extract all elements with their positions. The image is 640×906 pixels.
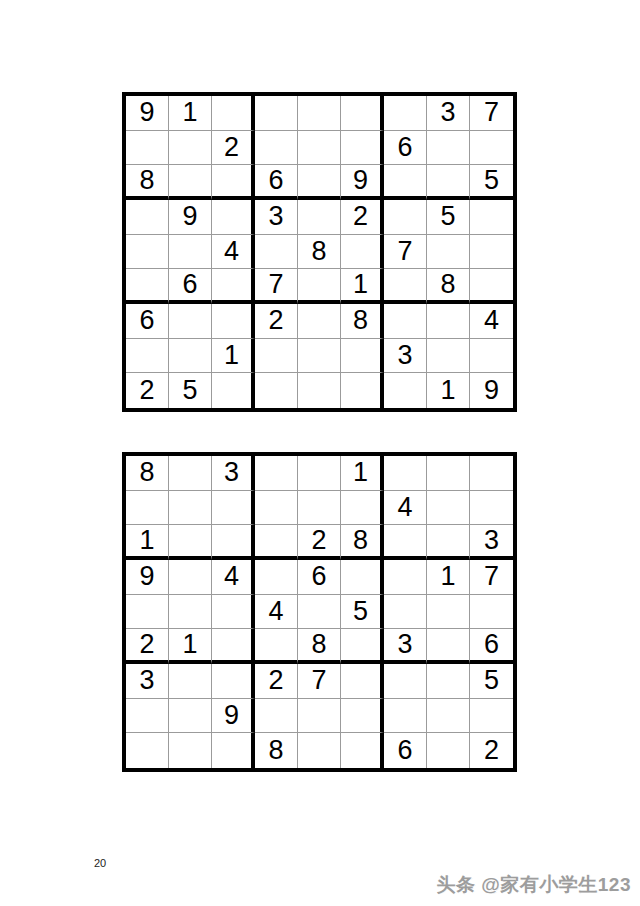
sudoku-cell-r9c2: 5 xyxy=(169,373,212,408)
sudoku-cell-r1c6: 1 xyxy=(341,456,384,491)
sudoku-cell-r8c6 xyxy=(341,699,384,734)
sudoku-cell-r7c1: 6 xyxy=(126,304,169,339)
sudoku-cell-r3c4 xyxy=(255,525,298,560)
sudoku-cell-r1c4 xyxy=(255,96,298,131)
sudoku-cell-r4c7 xyxy=(384,200,427,235)
sudoku-cell-r4c6 xyxy=(341,560,384,595)
sudoku-cell-r9c5 xyxy=(298,733,341,768)
sudoku-cell-r6c8 xyxy=(427,629,470,664)
sudoku-cell-r4c9: 7 xyxy=(470,560,513,595)
sudoku-cell-r7c2 xyxy=(169,304,212,339)
sudoku-cell-r9c9: 2 xyxy=(470,733,513,768)
sudoku-cell-r7c5: 7 xyxy=(298,664,341,699)
sudoku-cell-r2c9 xyxy=(470,491,513,526)
sudoku-cell-r6c7: 3 xyxy=(384,629,427,664)
sudoku-cell-r1c2: 1 xyxy=(169,96,212,131)
sudoku-cell-r8c3: 9 xyxy=(212,699,255,734)
sudoku-cell-r6c4 xyxy=(255,629,298,664)
sudoku-cell-r6c3 xyxy=(212,629,255,664)
sudoku-cell-r8c1 xyxy=(126,339,169,374)
sudoku-cell-r1c4 xyxy=(255,456,298,491)
sudoku-cell-r2c6 xyxy=(341,491,384,526)
sudoku-cell-r9c4: 8 xyxy=(255,733,298,768)
sudoku-cell-r4c1: 9 xyxy=(126,560,169,595)
sudoku-cell-r1c3: 3 xyxy=(212,456,255,491)
sudoku-cell-r7c5 xyxy=(298,304,341,339)
sudoku-cell-r5c1 xyxy=(126,235,169,270)
sudoku-cell-r6c5: 8 xyxy=(298,629,341,664)
sudoku-cell-r8c2 xyxy=(169,699,212,734)
sudoku-cell-r4c9 xyxy=(470,200,513,235)
sudoku-cell-r4c2 xyxy=(169,560,212,595)
sudoku-cell-r2c1 xyxy=(126,491,169,526)
sudoku-cell-r8c9 xyxy=(470,699,513,734)
sudoku-cell-r4c8: 5 xyxy=(427,200,470,235)
sudoku-cell-r8c8 xyxy=(427,699,470,734)
sudoku-cell-r7c4: 2 xyxy=(255,304,298,339)
sudoku-cell-r5c7 xyxy=(384,595,427,630)
sudoku-cell-r6c1 xyxy=(126,269,169,304)
sudoku-cell-r8c2 xyxy=(169,339,212,374)
sudoku-cell-r9c9: 9 xyxy=(470,373,513,408)
sudoku-cell-r7c8 xyxy=(427,664,470,699)
sudoku-cell-r7c2 xyxy=(169,664,212,699)
sudoku-cell-r5c3: 4 xyxy=(212,235,255,270)
sudoku-cell-r1c5 xyxy=(298,456,341,491)
sudoku-cell-r7c7 xyxy=(384,304,427,339)
sudoku-cell-r9c5 xyxy=(298,373,341,408)
sudoku-cell-r7c9: 4 xyxy=(470,304,513,339)
sudoku-cell-r3c6: 9 xyxy=(341,165,384,200)
watermark-text: 头条 @家有小学生123 xyxy=(436,872,631,898)
sudoku-cell-r5c5 xyxy=(298,595,341,630)
sudoku-cell-r8c5 xyxy=(298,339,341,374)
sudoku-cell-r8c3: 1 xyxy=(212,339,255,374)
sudoku-cell-r6c2: 1 xyxy=(169,629,212,664)
sudoku-cell-r2c4 xyxy=(255,131,298,166)
sudoku-cell-r4c6: 2 xyxy=(341,200,384,235)
sudoku-cell-r7c3 xyxy=(212,304,255,339)
sudoku-cell-r3c7 xyxy=(384,525,427,560)
sudoku-cell-r9c7 xyxy=(384,373,427,408)
sudoku-cell-r9c1 xyxy=(126,733,169,768)
sudoku-cell-r4c1 xyxy=(126,200,169,235)
sudoku-cell-r6c4: 7 xyxy=(255,269,298,304)
sudoku-cell-r2c1 xyxy=(126,131,169,166)
sudoku-cell-r8c9 xyxy=(470,339,513,374)
sudoku-grid-top: 9137268695932548767186284132519 xyxy=(122,92,517,412)
sudoku-cell-r1c8 xyxy=(427,456,470,491)
sudoku-cell-r2c4 xyxy=(255,491,298,526)
sudoku-cell-r9c3 xyxy=(212,373,255,408)
sudoku-cell-r7c8 xyxy=(427,304,470,339)
sudoku-cell-r1c7 xyxy=(384,456,427,491)
sudoku-cell-r2c5 xyxy=(298,131,341,166)
sudoku-cell-r7c6: 8 xyxy=(341,304,384,339)
sudoku-cell-r3c9: 3 xyxy=(470,525,513,560)
sudoku-cell-r3c3 xyxy=(212,165,255,200)
sudoku-cell-r3c5: 2 xyxy=(298,525,341,560)
sudoku-cell-r1c6 xyxy=(341,96,384,131)
sudoku-cell-r3c6: 8 xyxy=(341,525,384,560)
sudoku-cell-r3c1: 8 xyxy=(126,165,169,200)
sudoku-cell-r7c4: 2 xyxy=(255,664,298,699)
sudoku-cell-r4c3: 4 xyxy=(212,560,255,595)
sudoku-cell-r6c3 xyxy=(212,269,255,304)
sudoku-cell-r2c3: 2 xyxy=(212,131,255,166)
sudoku-cell-r5c2 xyxy=(169,595,212,630)
sudoku-cell-r3c4: 6 xyxy=(255,165,298,200)
sudoku-cell-r7c1: 3 xyxy=(126,664,169,699)
sudoku-cell-r3c8 xyxy=(427,165,470,200)
sudoku-cell-r9c3 xyxy=(212,733,255,768)
sudoku-cell-r7c6 xyxy=(341,664,384,699)
sudoku-cell-r3c9: 5 xyxy=(470,165,513,200)
sudoku-cell-r7c3 xyxy=(212,664,255,699)
sudoku-cell-r4c5: 6 xyxy=(298,560,341,595)
sudoku-cell-r5c8 xyxy=(427,235,470,270)
sudoku-cell-r5c9 xyxy=(470,595,513,630)
sudoku-cell-r5c2 xyxy=(169,235,212,270)
sudoku-cell-r8c7: 3 xyxy=(384,339,427,374)
sudoku-cell-r6c1: 2 xyxy=(126,629,169,664)
sudoku-cell-r4c2: 9 xyxy=(169,200,212,235)
sudoku-cell-r1c7 xyxy=(384,96,427,131)
sudoku-grid-bottom: 8314128394617452183632759862 xyxy=(122,452,517,772)
sudoku-cell-r2c2 xyxy=(169,131,212,166)
sudoku-cell-r4c4 xyxy=(255,560,298,595)
sudoku-cell-r6c9: 6 xyxy=(470,629,513,664)
sudoku-cell-r8c1 xyxy=(126,699,169,734)
sudoku-cell-r2c7: 4 xyxy=(384,491,427,526)
sudoku-cell-r9c6 xyxy=(341,373,384,408)
sudoku-cell-r6c7 xyxy=(384,269,427,304)
sudoku-cell-r8c4 xyxy=(255,699,298,734)
sudoku-cell-r3c7 xyxy=(384,165,427,200)
sudoku-cell-r2c7: 6 xyxy=(384,131,427,166)
sudoku-cell-r8c7 xyxy=(384,699,427,734)
sudoku-cell-r4c3 xyxy=(212,200,255,235)
sudoku-cell-r9c8: 1 xyxy=(427,373,470,408)
sudoku-cell-r6c6 xyxy=(341,629,384,664)
sudoku-cell-r1c1: 8 xyxy=(126,456,169,491)
sudoku-cell-r9c4 xyxy=(255,373,298,408)
sudoku-cell-r6c9 xyxy=(470,269,513,304)
sudoku-cell-r8c8 xyxy=(427,339,470,374)
sudoku-cell-r9c7: 6 xyxy=(384,733,427,768)
sudoku-cell-r5c6 xyxy=(341,235,384,270)
sudoku-cell-r9c6 xyxy=(341,733,384,768)
sudoku-cell-r5c4 xyxy=(255,235,298,270)
sudoku-cell-r6c5 xyxy=(298,269,341,304)
sudoku-cell-r7c9: 5 xyxy=(470,664,513,699)
sudoku-cell-r2c6 xyxy=(341,131,384,166)
sudoku-cell-r4c4: 3 xyxy=(255,200,298,235)
sudoku-cell-r2c8 xyxy=(427,491,470,526)
sudoku-cell-r7c7 xyxy=(384,664,427,699)
sudoku-cell-r4c5 xyxy=(298,200,341,235)
sudoku-cell-r5c9 xyxy=(470,235,513,270)
sudoku-cell-r5c3 xyxy=(212,595,255,630)
sudoku-cell-r3c1: 1 xyxy=(126,525,169,560)
sudoku-cell-r2c5 xyxy=(298,491,341,526)
sudoku-cell-r2c9 xyxy=(470,131,513,166)
sudoku-cell-r2c8 xyxy=(427,131,470,166)
sudoku-cell-r3c2 xyxy=(169,165,212,200)
sudoku-cell-r6c2: 6 xyxy=(169,269,212,304)
sudoku-cell-r1c8: 3 xyxy=(427,96,470,131)
sudoku-cell-r8c6 xyxy=(341,339,384,374)
sudoku-cell-r1c1: 9 xyxy=(126,96,169,131)
worksheet-page: 9137268695932548767186284132519 83141283… xyxy=(0,0,640,906)
sudoku-cell-r1c2 xyxy=(169,456,212,491)
sudoku-cell-r8c5 xyxy=(298,699,341,734)
sudoku-cell-r5c8 xyxy=(427,595,470,630)
sudoku-cell-r3c8 xyxy=(427,525,470,560)
sudoku-cell-r4c7 xyxy=(384,560,427,595)
sudoku-cell-r9c8 xyxy=(427,733,470,768)
sudoku-cell-r3c5 xyxy=(298,165,341,200)
sudoku-cell-r5c7: 7 xyxy=(384,235,427,270)
sudoku-cell-r3c3 xyxy=(212,525,255,560)
sudoku-cell-r6c8: 8 xyxy=(427,269,470,304)
page-number: 20 xyxy=(94,857,106,869)
sudoku-cell-r3c2 xyxy=(169,525,212,560)
sudoku-cell-r5c1 xyxy=(126,595,169,630)
sudoku-cell-r9c1: 2 xyxy=(126,373,169,408)
sudoku-cell-r5c4: 4 xyxy=(255,595,298,630)
sudoku-cell-r8c4 xyxy=(255,339,298,374)
sudoku-cell-r9c2 xyxy=(169,733,212,768)
sudoku-cell-r1c9 xyxy=(470,456,513,491)
sudoku-cell-r4c8: 1 xyxy=(427,560,470,595)
sudoku-cell-r5c6: 5 xyxy=(341,595,384,630)
sudoku-cell-r5c5: 8 xyxy=(298,235,341,270)
sudoku-cell-r1c3 xyxy=(212,96,255,131)
sudoku-cell-r1c5 xyxy=(298,96,341,131)
sudoku-cell-r6c6: 1 xyxy=(341,269,384,304)
sudoku-cell-r2c2 xyxy=(169,491,212,526)
sudoku-cell-r2c3 xyxy=(212,491,255,526)
sudoku-cell-r1c9: 7 xyxy=(470,96,513,131)
